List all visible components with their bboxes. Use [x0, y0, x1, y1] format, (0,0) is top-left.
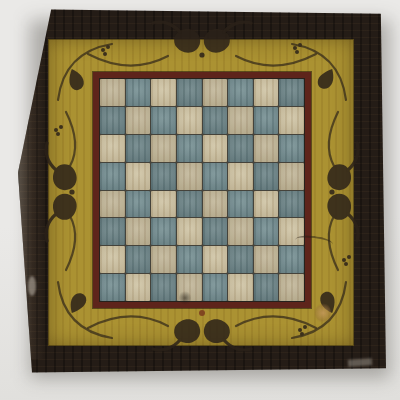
- square-a1[interactable]: [100, 274, 125, 301]
- square-d7[interactable]: [177, 107, 202, 134]
- square-b5[interactable]: [126, 163, 151, 190]
- square-d6[interactable]: [177, 135, 202, 162]
- square-a2[interactable]: [100, 246, 125, 273]
- square-f8[interactable]: [228, 79, 253, 106]
- square-d2[interactable]: [177, 246, 202, 273]
- square-e5[interactable]: [203, 163, 228, 190]
- square-h8[interactable]: [279, 79, 304, 106]
- square-c4[interactable]: [151, 191, 176, 218]
- square-a5[interactable]: [100, 163, 125, 190]
- inner-red-frame: [93, 72, 311, 308]
- square-e6[interactable]: [203, 135, 228, 162]
- square-e1[interactable]: [203, 274, 228, 301]
- square-e7[interactable]: [203, 107, 228, 134]
- square-g5[interactable]: [254, 163, 279, 190]
- square-c6[interactable]: [151, 135, 176, 162]
- square-f4[interactable]: [228, 191, 253, 218]
- square-d4[interactable]: [177, 191, 202, 218]
- square-f6[interactable]: [228, 135, 253, 162]
- square-b2[interactable]: [126, 246, 151, 273]
- square-h1[interactable]: [279, 274, 304, 301]
- square-h5[interactable]: [279, 163, 304, 190]
- square-e2[interactable]: [203, 246, 228, 273]
- square-g6[interactable]: [254, 135, 279, 162]
- square-d5[interactable]: [177, 163, 202, 190]
- paint-smudge: [179, 290, 191, 306]
- corner-chalk-mark: [348, 358, 372, 367]
- square-b3[interactable]: [126, 218, 151, 245]
- square-b8[interactable]: [126, 79, 151, 106]
- paint-chip: [28, 276, 36, 296]
- square-a7[interactable]: [100, 107, 125, 134]
- square-g2[interactable]: [254, 246, 279, 273]
- square-c8[interactable]: [151, 79, 176, 106]
- square-h4[interactable]: [279, 191, 304, 218]
- square-g8[interactable]: [254, 79, 279, 106]
- photo-background: [0, 0, 400, 400]
- square-c1[interactable]: [151, 274, 176, 301]
- square-c3[interactable]: [151, 218, 176, 245]
- square-b1[interactable]: [126, 274, 151, 301]
- square-a6[interactable]: [100, 135, 125, 162]
- square-f1[interactable]: [228, 274, 253, 301]
- square-c2[interactable]: [151, 246, 176, 273]
- square-g1[interactable]: [254, 274, 279, 301]
- square-d3[interactable]: [177, 218, 202, 245]
- square-b4[interactable]: [126, 191, 151, 218]
- square-f5[interactable]: [228, 163, 253, 190]
- square-a3[interactable]: [100, 218, 125, 245]
- square-g7[interactable]: [254, 107, 279, 134]
- wood-knot: [315, 302, 331, 324]
- square-h2[interactable]: [279, 246, 304, 273]
- square-b7[interactable]: [126, 107, 151, 134]
- square-g4[interactable]: [254, 191, 279, 218]
- square-f2[interactable]: [228, 246, 253, 273]
- square-f7[interactable]: [228, 107, 253, 134]
- checkerboard: [99, 78, 305, 302]
- square-h6[interactable]: [279, 135, 304, 162]
- square-a4[interactable]: [100, 191, 125, 218]
- square-c5[interactable]: [151, 163, 176, 190]
- square-h7[interactable]: [279, 107, 304, 134]
- square-e4[interactable]: [203, 191, 228, 218]
- square-d8[interactable]: [177, 79, 202, 106]
- game-board: [18, 8, 386, 374]
- square-e8[interactable]: [203, 79, 228, 106]
- square-c7[interactable]: [151, 107, 176, 134]
- square-a8[interactable]: [100, 79, 125, 106]
- square-b6[interactable]: [126, 135, 151, 162]
- square-f3[interactable]: [228, 218, 253, 245]
- square-e3[interactable]: [203, 218, 228, 245]
- square-g3[interactable]: [254, 218, 279, 245]
